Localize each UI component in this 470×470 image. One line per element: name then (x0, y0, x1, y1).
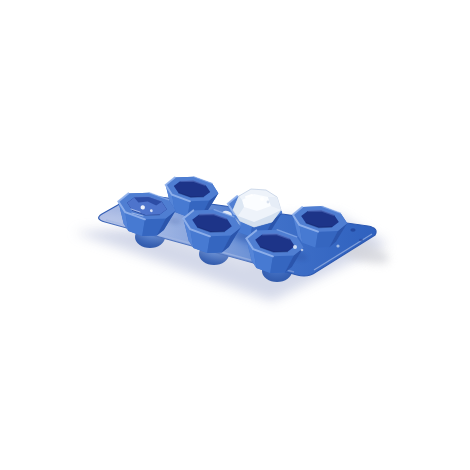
water-droplet (301, 249, 304, 252)
ice-inclusion-dot (267, 201, 270, 204)
product-photo (0, 0, 470, 470)
flange-hole (350, 228, 355, 231)
ice-sparkle (260, 197, 264, 201)
water-droplet (336, 244, 339, 247)
water-droplet (293, 245, 297, 249)
flange-hole (359, 239, 363, 242)
ice-cube-tray-illustration (0, 0, 470, 470)
